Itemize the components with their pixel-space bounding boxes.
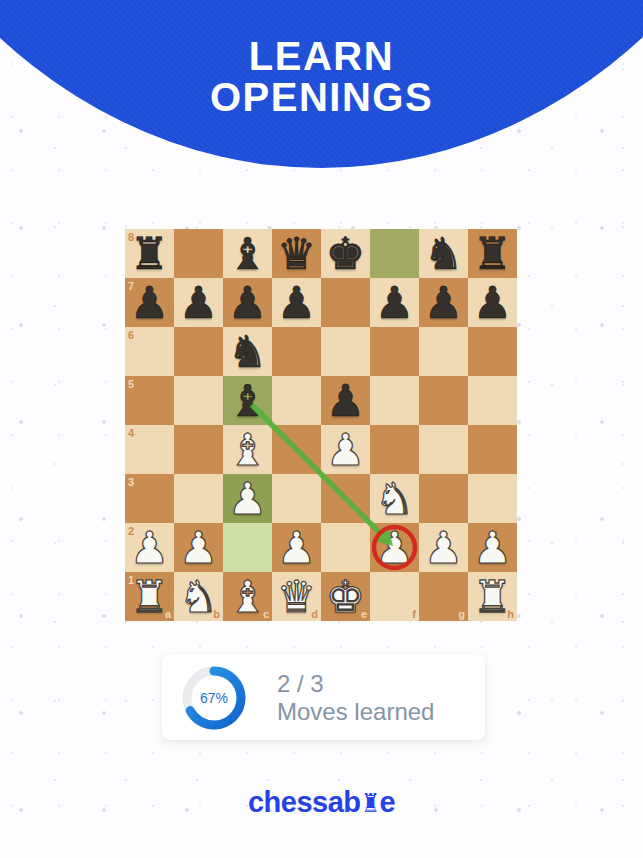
square-h2[interactable]: ♟	[468, 523, 517, 572]
square-g4[interactable]	[419, 425, 468, 474]
square-b4[interactable]	[174, 425, 223, 474]
chessable-logo: chessab♜e	[0, 786, 643, 819]
square-g6[interactable]	[419, 327, 468, 376]
black-knight-g8[interactable]: ♞	[419, 229, 468, 278]
square-c1[interactable]: c♝	[223, 572, 272, 621]
square-e5[interactable]: ♟	[321, 376, 370, 425]
white-pawn-f2[interactable]: ♟	[370, 523, 419, 572]
black-pawn-f7[interactable]: ♟	[370, 278, 419, 327]
square-d1[interactable]: d♛	[272, 572, 321, 621]
square-g3[interactable]	[419, 474, 468, 523]
square-b8[interactable]	[174, 229, 223, 278]
square-c2[interactable]	[223, 523, 272, 572]
rank-label-7: 7	[128, 280, 134, 292]
square-f2[interactable]: ♟	[370, 523, 419, 572]
square-f7[interactable]: ♟	[370, 278, 419, 327]
rank-label-4: 4	[128, 427, 134, 439]
black-pawn-b7[interactable]: ♟	[174, 278, 223, 327]
white-pawn-g2[interactable]: ♟	[419, 523, 468, 572]
square-b1[interactable]: b♞	[174, 572, 223, 621]
square-a7[interactable]: 7♟	[125, 278, 174, 327]
square-d6[interactable]	[272, 327, 321, 376]
logo-text-pre: chessab	[248, 786, 361, 818]
app-screen: LEARN OPENINGS 8♜♝♛♚♞♜7♟♟♟♟♟♟♟6♞5♝♟4♝♟3♟…	[0, 0, 643, 858]
square-b5[interactable]	[174, 376, 223, 425]
square-e3[interactable]	[321, 474, 370, 523]
logo-text-post: e	[379, 786, 395, 818]
file-label-g: g	[458, 608, 465, 620]
white-knight-f3[interactable]: ♞	[370, 474, 419, 523]
square-f1[interactable]: f	[370, 572, 419, 621]
square-b2[interactable]: ♟	[174, 523, 223, 572]
rank-label-3: 3	[128, 476, 134, 488]
square-b7[interactable]: ♟	[174, 278, 223, 327]
page-title: LEARN OPENINGS	[0, 36, 643, 118]
progress-percent: 67%	[180, 664, 248, 732]
square-f6[interactable]	[370, 327, 419, 376]
page-title-line1: LEARN	[0, 36, 643, 77]
square-e7[interactable]	[321, 278, 370, 327]
square-f8[interactable]	[370, 229, 419, 278]
black-pawn-g7[interactable]: ♟	[419, 278, 468, 327]
black-pawn-d7[interactable]: ♟	[272, 278, 321, 327]
square-e1[interactable]: e♚	[321, 572, 370, 621]
file-label-d: d	[311, 608, 318, 620]
file-label-a: a	[165, 608, 171, 620]
square-g8[interactable]: ♞	[419, 229, 468, 278]
square-a3[interactable]: 3	[125, 474, 174, 523]
black-pawn-c7[interactable]: ♟	[223, 278, 272, 327]
square-c3[interactable]: ♟	[223, 474, 272, 523]
black-king-e8[interactable]: ♚	[321, 229, 370, 278]
square-c5[interactable]: ♝	[223, 376, 272, 425]
black-pawn-h7[interactable]: ♟	[468, 278, 517, 327]
square-c4[interactable]: ♝	[223, 425, 272, 474]
square-h8[interactable]: ♜	[468, 229, 517, 278]
square-g2[interactable]: ♟	[419, 523, 468, 572]
square-f5[interactable]	[370, 376, 419, 425]
square-f4[interactable]	[370, 425, 419, 474]
file-label-c: c	[263, 608, 269, 620]
black-rook-h8[interactable]: ♜	[468, 229, 517, 278]
rank-label-6: 6	[128, 329, 134, 341]
square-e4[interactable]: ♟	[321, 425, 370, 474]
square-d3[interactable]	[272, 474, 321, 523]
progress-ring: 67%	[180, 664, 248, 732]
square-g5[interactable]	[419, 376, 468, 425]
square-h3[interactable]	[468, 474, 517, 523]
square-c8[interactable]: ♝	[223, 229, 272, 278]
square-h7[interactable]: ♟	[468, 278, 517, 327]
square-c7[interactable]: ♟	[223, 278, 272, 327]
square-a4[interactable]: 4	[125, 425, 174, 474]
square-d8[interactable]: ♛	[272, 229, 321, 278]
square-a8[interactable]: 8♜	[125, 229, 174, 278]
black-pawn-e5[interactable]: ♟	[321, 376, 370, 425]
rook-icon: ♜	[361, 788, 379, 818]
rank-label-8: 8	[128, 231, 134, 243]
square-g7[interactable]: ♟	[419, 278, 468, 327]
square-b6[interactable]	[174, 327, 223, 376]
square-a5[interactable]: 5	[125, 376, 174, 425]
square-g1[interactable]: g	[419, 572, 468, 621]
rank-label-1: 1	[128, 574, 134, 586]
file-label-e: e	[361, 608, 367, 620]
moves-ratio: 2 / 3	[277, 670, 434, 698]
square-e2[interactable]	[321, 523, 370, 572]
page-title-line2: OPENINGS	[0, 77, 643, 118]
black-knight-c6[interactable]: ♞	[223, 327, 272, 376]
square-e8[interactable]: ♚	[321, 229, 370, 278]
rank-label-2: 2	[128, 525, 134, 537]
square-a1[interactable]: 1a♜	[125, 572, 174, 621]
square-h5[interactable]	[468, 376, 517, 425]
square-a2[interactable]: 2♟	[125, 523, 174, 572]
white-pawn-b2[interactable]: ♟	[174, 523, 223, 572]
black-queen-d8[interactable]: ♛	[272, 229, 321, 278]
square-b3[interactable]	[174, 474, 223, 523]
square-f3[interactable]: ♞	[370, 474, 419, 523]
white-pawn-c3[interactable]: ♟	[223, 474, 272, 523]
square-c6[interactable]: ♞	[223, 327, 272, 376]
file-label-f: f	[412, 608, 416, 620]
square-h1[interactable]: h♜	[468, 572, 517, 621]
square-d2[interactable]: ♟	[272, 523, 321, 572]
file-label-b: b	[213, 608, 220, 620]
black-bishop-c5[interactable]: ♝	[223, 376, 272, 425]
square-d7[interactable]: ♟	[272, 278, 321, 327]
black-bishop-c8[interactable]: ♝	[223, 229, 272, 278]
file-label-h: h	[507, 608, 514, 620]
square-h6[interactable]	[468, 327, 517, 376]
square-h4[interactable]	[468, 425, 517, 474]
white-pawn-h2[interactable]: ♟	[468, 523, 517, 572]
square-d5[interactable]	[272, 376, 321, 425]
progress-card: 67% 2 / 3 Moves learned	[162, 655, 485, 740]
white-pawn-d2[interactable]: ♟	[272, 523, 321, 572]
white-pawn-e4[interactable]: ♟	[321, 425, 370, 474]
moves-caption: Moves learned	[277, 698, 434, 726]
white-bishop-c4[interactable]: ♝	[223, 425, 272, 474]
square-a6[interactable]: 6	[125, 327, 174, 376]
square-e6[interactable]	[321, 327, 370, 376]
rank-label-5: 5	[128, 378, 134, 390]
square-d4[interactable]	[272, 425, 321, 474]
chess-board[interactable]: 8♜♝♛♚♞♜7♟♟♟♟♟♟♟6♞5♝♟4♝♟3♟♞2♟♟♟♟♟♟1a♜b♞c♝…	[125, 229, 517, 621]
